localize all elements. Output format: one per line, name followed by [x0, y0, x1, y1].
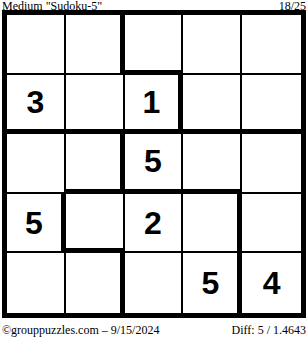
cell-r5c2[interactable] [66, 253, 125, 313]
footer: ©grouppuzzles.com – 9/15/2024 Diff: 5 / … [2, 323, 306, 339]
cell-r4c5[interactable] [242, 194, 301, 254]
cell-r4c3[interactable]: 2 [125, 194, 184, 254]
cell-r4c2[interactable] [66, 194, 125, 254]
cell-r3c4[interactable] [183, 134, 242, 194]
cell-r2c2[interactable] [66, 75, 125, 135]
sudoku-board: 3155254 [2, 10, 306, 318]
cell-r4c4[interactable] [183, 194, 242, 254]
cell-r1c5[interactable] [242, 15, 301, 75]
cell-r3c3[interactable]: 5 [125, 134, 184, 194]
cell-r2c1[interactable]: 3 [7, 75, 66, 135]
cell-r2c4[interactable] [183, 75, 242, 135]
cell-r5c1[interactable] [7, 253, 66, 313]
cell-r3c1[interactable] [7, 134, 66, 194]
cell-r5c3[interactable] [125, 253, 184, 313]
copyright-text: ©grouppuzzles.com – 9/15/2024 [2, 323, 159, 337]
cell-r1c1[interactable] [7, 15, 66, 75]
cell-r2c5[interactable] [242, 75, 301, 135]
cell-r2c3[interactable]: 1 [125, 75, 184, 135]
cell-r1c2[interactable] [66, 15, 125, 75]
cell-r1c4[interactable] [183, 15, 242, 75]
cell-r4c1[interactable]: 5 [7, 194, 66, 254]
cell-r5c4[interactable]: 5 [183, 253, 242, 313]
cell-r5c5[interactable]: 4 [242, 253, 301, 313]
cell-r3c2[interactable] [66, 134, 125, 194]
difficulty-text: Diff: 5 / 1.4643 [232, 323, 306, 337]
puzzle-page: Medium "Sudoku-5" 18/25 3155254 ©grouppu… [0, 0, 308, 343]
cell-r3c5[interactable] [242, 134, 301, 194]
cell-r1c3[interactable] [125, 15, 184, 75]
